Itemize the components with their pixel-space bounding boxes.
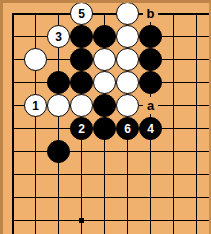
black-stone [70, 48, 93, 71]
black-stone [93, 117, 116, 140]
white-stone [93, 48, 116, 71]
move-number: 6 [124, 122, 131, 136]
point-label-b: b [143, 5, 158, 22]
black-stone-move-4: 4 [139, 117, 162, 140]
hoshi-point [79, 218, 84, 223]
black-stone [47, 140, 70, 163]
white-stone [116, 48, 139, 71]
black-stone [47, 71, 70, 94]
black-stone [70, 71, 93, 94]
white-stone [116, 71, 139, 94]
white-stone-move-1: 1 [24, 94, 47, 117]
black-stone [139, 71, 162, 94]
black-stone [93, 25, 116, 48]
grid-line-horizontal [12, 151, 209, 152]
black-stone [139, 48, 162, 71]
grid-line-horizontal [12, 220, 209, 221]
grid-line-horizontal [12, 197, 209, 198]
move-number: 3 [55, 30, 62, 44]
white-stone [93, 71, 116, 94]
black-stone [139, 25, 162, 48]
white-stone [47, 94, 70, 117]
board-edge-line-top [12, 13, 209, 15]
black-stone [93, 94, 116, 117]
move-number: 4 [147, 122, 154, 136]
white-stone [24, 48, 47, 71]
move-number: 1 [32, 99, 39, 113]
grid-line-vertical [35, 13, 36, 234]
white-stone-move-5: 5 [70, 2, 93, 25]
white-stone [116, 25, 139, 48]
grid-line-vertical [196, 13, 197, 234]
grid-line-horizontal [12, 174, 209, 175]
point-label-a: a [143, 97, 158, 114]
go-diagram: ba531264 [0, 0, 211, 234]
grid-line-vertical [173, 13, 174, 234]
board-edge-line-left [12, 13, 14, 234]
black-stone [70, 25, 93, 48]
white-stone [116, 2, 139, 25]
black-stone-move-2: 2 [70, 117, 93, 140]
move-number: 5 [78, 7, 85, 21]
black-stone-move-6: 6 [116, 117, 139, 140]
move-number: 2 [78, 122, 85, 136]
white-stone-move-3: 3 [47, 25, 70, 48]
white-stone [70, 94, 93, 117]
white-stone [116, 94, 139, 117]
